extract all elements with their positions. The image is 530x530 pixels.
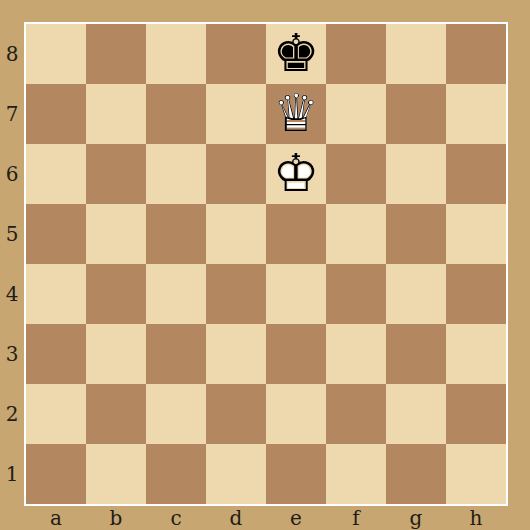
black-king-icon: ♚ (266, 24, 326, 84)
square-c6[interactable] (146, 144, 206, 204)
white-queen-icon: ♕ (266, 84, 326, 144)
square-g2[interactable] (386, 384, 446, 444)
square-b4[interactable] (86, 264, 146, 324)
square-e5[interactable] (266, 204, 326, 264)
square-c1[interactable] (146, 444, 206, 504)
square-g7[interactable] (386, 84, 446, 144)
rank-label-8: 8 (0, 24, 24, 84)
square-f7[interactable] (326, 84, 386, 144)
square-b2[interactable] (86, 384, 146, 444)
square-c8[interactable] (146, 24, 206, 84)
file-label-d: d (206, 506, 266, 530)
square-g4[interactable] (386, 264, 446, 324)
piece-black-king-e8: ♚ (266, 24, 326, 84)
square-f2[interactable] (326, 384, 386, 444)
file-label-g: g (386, 506, 446, 530)
square-f1[interactable] (326, 444, 386, 504)
square-b1[interactable] (86, 444, 146, 504)
square-a4[interactable] (26, 264, 86, 324)
chessboard-frame: 87654321 ♚♛♕♚♔ abcdefgh (0, 0, 530, 530)
square-g6[interactable] (386, 144, 446, 204)
square-e4[interactable] (266, 264, 326, 324)
square-e7[interactable]: ♛♕ (266, 84, 326, 144)
square-h8[interactable] (446, 24, 506, 84)
square-c4[interactable] (146, 264, 206, 324)
rank-label-4: 4 (0, 264, 24, 324)
rank-label-6: 6 (0, 144, 24, 204)
rank-labels: 87654321 (0, 24, 24, 504)
file-label-e: e (266, 506, 326, 530)
file-label-a: a (26, 506, 86, 530)
square-d2[interactable] (206, 384, 266, 444)
file-label-c: c (146, 506, 206, 530)
square-h6[interactable] (446, 144, 506, 204)
rank-label-5: 5 (0, 204, 24, 264)
square-h5[interactable] (446, 204, 506, 264)
square-e3[interactable] (266, 324, 326, 384)
rank-label-3: 3 (0, 324, 24, 384)
square-g5[interactable] (386, 204, 446, 264)
white-king-icon: ♔ (266, 144, 326, 204)
square-f4[interactable] (326, 264, 386, 324)
square-d8[interactable] (206, 24, 266, 84)
square-h1[interactable] (446, 444, 506, 504)
square-h7[interactable] (446, 84, 506, 144)
square-h3[interactable] (446, 324, 506, 384)
square-a8[interactable] (26, 24, 86, 84)
square-f6[interactable] (326, 144, 386, 204)
rank-label-2: 2 (0, 384, 24, 444)
chess-board: ♚♛♕♚♔ (24, 22, 508, 506)
file-label-h: h (446, 506, 506, 530)
square-b7[interactable] (86, 84, 146, 144)
square-e8[interactable]: ♚ (266, 24, 326, 84)
square-a3[interactable] (26, 324, 86, 384)
square-d7[interactable] (206, 84, 266, 144)
square-c3[interactable] (146, 324, 206, 384)
square-e2[interactable] (266, 384, 326, 444)
square-h4[interactable] (446, 264, 506, 324)
file-label-f: f (326, 506, 386, 530)
square-a1[interactable] (26, 444, 86, 504)
square-a7[interactable] (26, 84, 86, 144)
square-f8[interactable] (326, 24, 386, 84)
square-e6[interactable]: ♚♔ (266, 144, 326, 204)
square-h2[interactable] (446, 384, 506, 444)
square-g1[interactable] (386, 444, 446, 504)
square-d1[interactable] (206, 444, 266, 504)
square-b8[interactable] (86, 24, 146, 84)
piece-white-king-e6: ♚♔ (266, 144, 326, 204)
square-d3[interactable] (206, 324, 266, 384)
square-c5[interactable] (146, 204, 206, 264)
square-f5[interactable] (326, 204, 386, 264)
file-label-b: b (86, 506, 146, 530)
rank-label-1: 1 (0, 444, 24, 504)
file-labels: abcdefgh (26, 506, 506, 530)
square-f3[interactable] (326, 324, 386, 384)
rank-label-7: 7 (0, 84, 24, 144)
square-g3[interactable] (386, 324, 446, 384)
square-d4[interactable] (206, 264, 266, 324)
square-d6[interactable] (206, 144, 266, 204)
square-b3[interactable] (86, 324, 146, 384)
square-b5[interactable] (86, 204, 146, 264)
square-a6[interactable] (26, 144, 86, 204)
square-g8[interactable] (386, 24, 446, 84)
square-c7[interactable] (146, 84, 206, 144)
square-d5[interactable] (206, 204, 266, 264)
square-e1[interactable] (266, 444, 326, 504)
piece-white-queen-e7: ♛♕ (266, 84, 326, 144)
square-b6[interactable] (86, 144, 146, 204)
square-a5[interactable] (26, 204, 86, 264)
square-a2[interactable] (26, 384, 86, 444)
square-c2[interactable] (146, 384, 206, 444)
